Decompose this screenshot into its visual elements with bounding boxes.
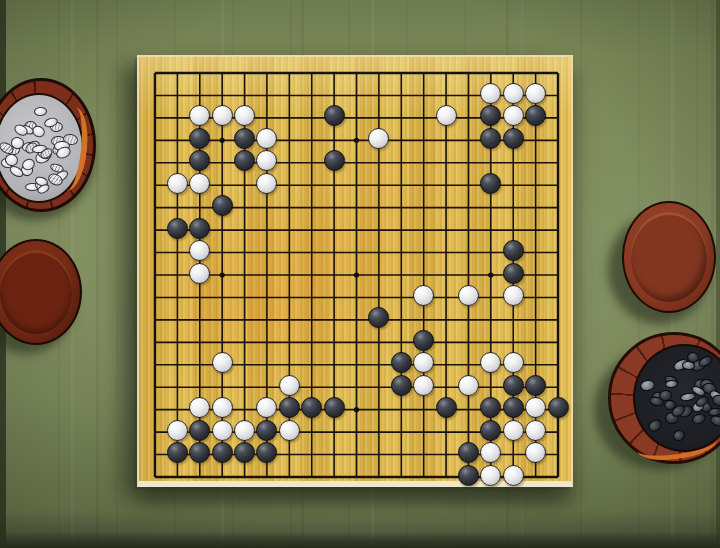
black-pile-stone	[646, 417, 664, 434]
black-pile-stone	[691, 412, 707, 427]
white-stone[interactable]	[413, 285, 434, 306]
white-stone[interactable]	[212, 420, 233, 441]
black-stone[interactable]	[324, 150, 345, 171]
black-stone[interactable]	[324, 397, 345, 418]
black-stone[interactable]	[391, 375, 412, 396]
white-stone[interactable]	[480, 465, 501, 486]
go-game-scene	[0, 0, 720, 548]
black-stone[interactable]	[548, 397, 569, 418]
black-stone[interactable]	[212, 442, 233, 463]
black-stone[interactable]	[480, 173, 501, 194]
star-point	[488, 272, 493, 277]
white-stone[interactable]	[458, 375, 479, 396]
black-stone[interactable]	[503, 240, 524, 261]
black-stone[interactable]	[189, 218, 210, 239]
white-stone[interactable]	[212, 105, 233, 126]
black-stone[interactable]	[525, 375, 546, 396]
black-stone[interactable]	[503, 128, 524, 149]
go-board[interactable]	[137, 55, 573, 487]
white-stone[interactable]	[413, 375, 434, 396]
black-stone[interactable]	[212, 195, 233, 216]
bottom-edge-shadow	[0, 532, 720, 548]
black-stone[interactable]	[480, 420, 501, 441]
black-stone[interactable]	[458, 465, 479, 486]
black-stone[interactable]	[391, 352, 412, 373]
white-stone[interactable]	[256, 173, 277, 194]
black-stone[interactable]	[458, 442, 479, 463]
white-stone[interactable]	[279, 420, 300, 441]
white-stone[interactable]	[503, 465, 524, 486]
white-stone[interactable]	[167, 420, 188, 441]
black-pile-stone	[639, 379, 655, 393]
black-stone[interactable]	[167, 218, 188, 239]
star-point	[220, 138, 225, 143]
black-stone[interactable]	[279, 397, 300, 418]
black-stone[interactable]	[167, 442, 188, 463]
black-stone[interactable]	[324, 105, 345, 126]
star-point	[354, 272, 359, 277]
black-stone[interactable]	[503, 397, 524, 418]
white-stone[interactable]	[189, 173, 210, 194]
right-bowl-lid[interactable]	[622, 201, 716, 313]
white-stone[interactable]	[503, 420, 524, 441]
black-stone[interactable]	[189, 128, 210, 149]
white-stone[interactable]	[503, 105, 524, 126]
white-stone[interactable]	[279, 375, 300, 396]
black-stone[interactable]	[234, 128, 255, 149]
white-stone[interactable]	[212, 397, 233, 418]
white-stone[interactable]	[525, 83, 546, 104]
white-stone[interactable]	[212, 352, 233, 373]
black-stone[interactable]	[480, 128, 501, 149]
star-point	[354, 138, 359, 143]
white-stone[interactable]	[436, 105, 457, 126]
black-pile-stone	[680, 392, 697, 403]
white-stone[interactable]	[167, 173, 188, 194]
white-stone[interactable]	[525, 420, 546, 441]
black-stone[interactable]	[503, 375, 524, 396]
white-stone[interactable]	[503, 285, 524, 306]
black-stone[interactable]	[189, 420, 210, 441]
right-edge-shadow	[716, 0, 720, 548]
white-stone[interactable]	[503, 352, 524, 373]
board-grid[interactable]	[155, 73, 558, 477]
white-stone[interactable]	[503, 83, 524, 104]
star-point	[220, 272, 225, 277]
star-point	[354, 407, 359, 412]
black-stone[interactable]	[503, 263, 524, 284]
black-stone[interactable]	[413, 330, 434, 351]
white-pile-stone	[34, 107, 47, 117]
black-stone[interactable]	[436, 397, 457, 418]
black-stone[interactable]	[256, 420, 277, 441]
white-stone[interactable]	[189, 263, 210, 284]
white-stone[interactable]	[458, 285, 479, 306]
white-stone[interactable]	[234, 420, 255, 441]
black-pile-stone	[664, 379, 678, 389]
